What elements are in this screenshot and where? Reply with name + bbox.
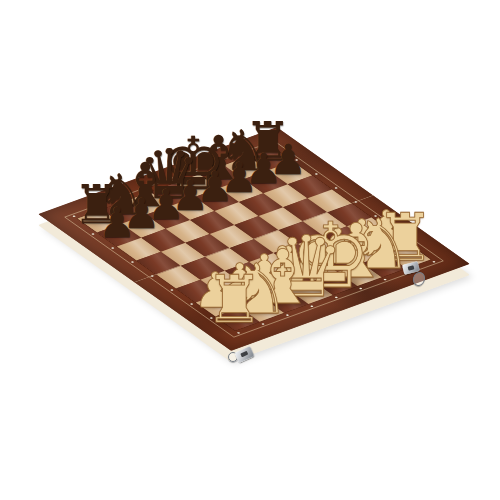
rook-glyph: ♜ xyxy=(205,267,264,332)
chess-set-photo: ♜♞♝♛♚♝♞♜♟♟♟♟♟♟♟♟♟♟♟♟♟♟♟♟♜♞♝♛♚♝♞♜ xyxy=(0,0,500,500)
clasp-slot xyxy=(240,351,248,357)
piece-white-rook[interactable]: ♜ xyxy=(205,267,264,332)
clasp-slot xyxy=(407,265,414,270)
pieces-layer: ♜♞♝♛♚♝♞♜♟♟♟♟♟♟♟♟♟♟♟♟♟♟♟♟♜♞♝♛♚♝♞♜ xyxy=(0,0,500,500)
pawn-glyph: ♟ xyxy=(98,202,136,244)
piece-black-pawn[interactable]: ♟ xyxy=(98,202,136,244)
